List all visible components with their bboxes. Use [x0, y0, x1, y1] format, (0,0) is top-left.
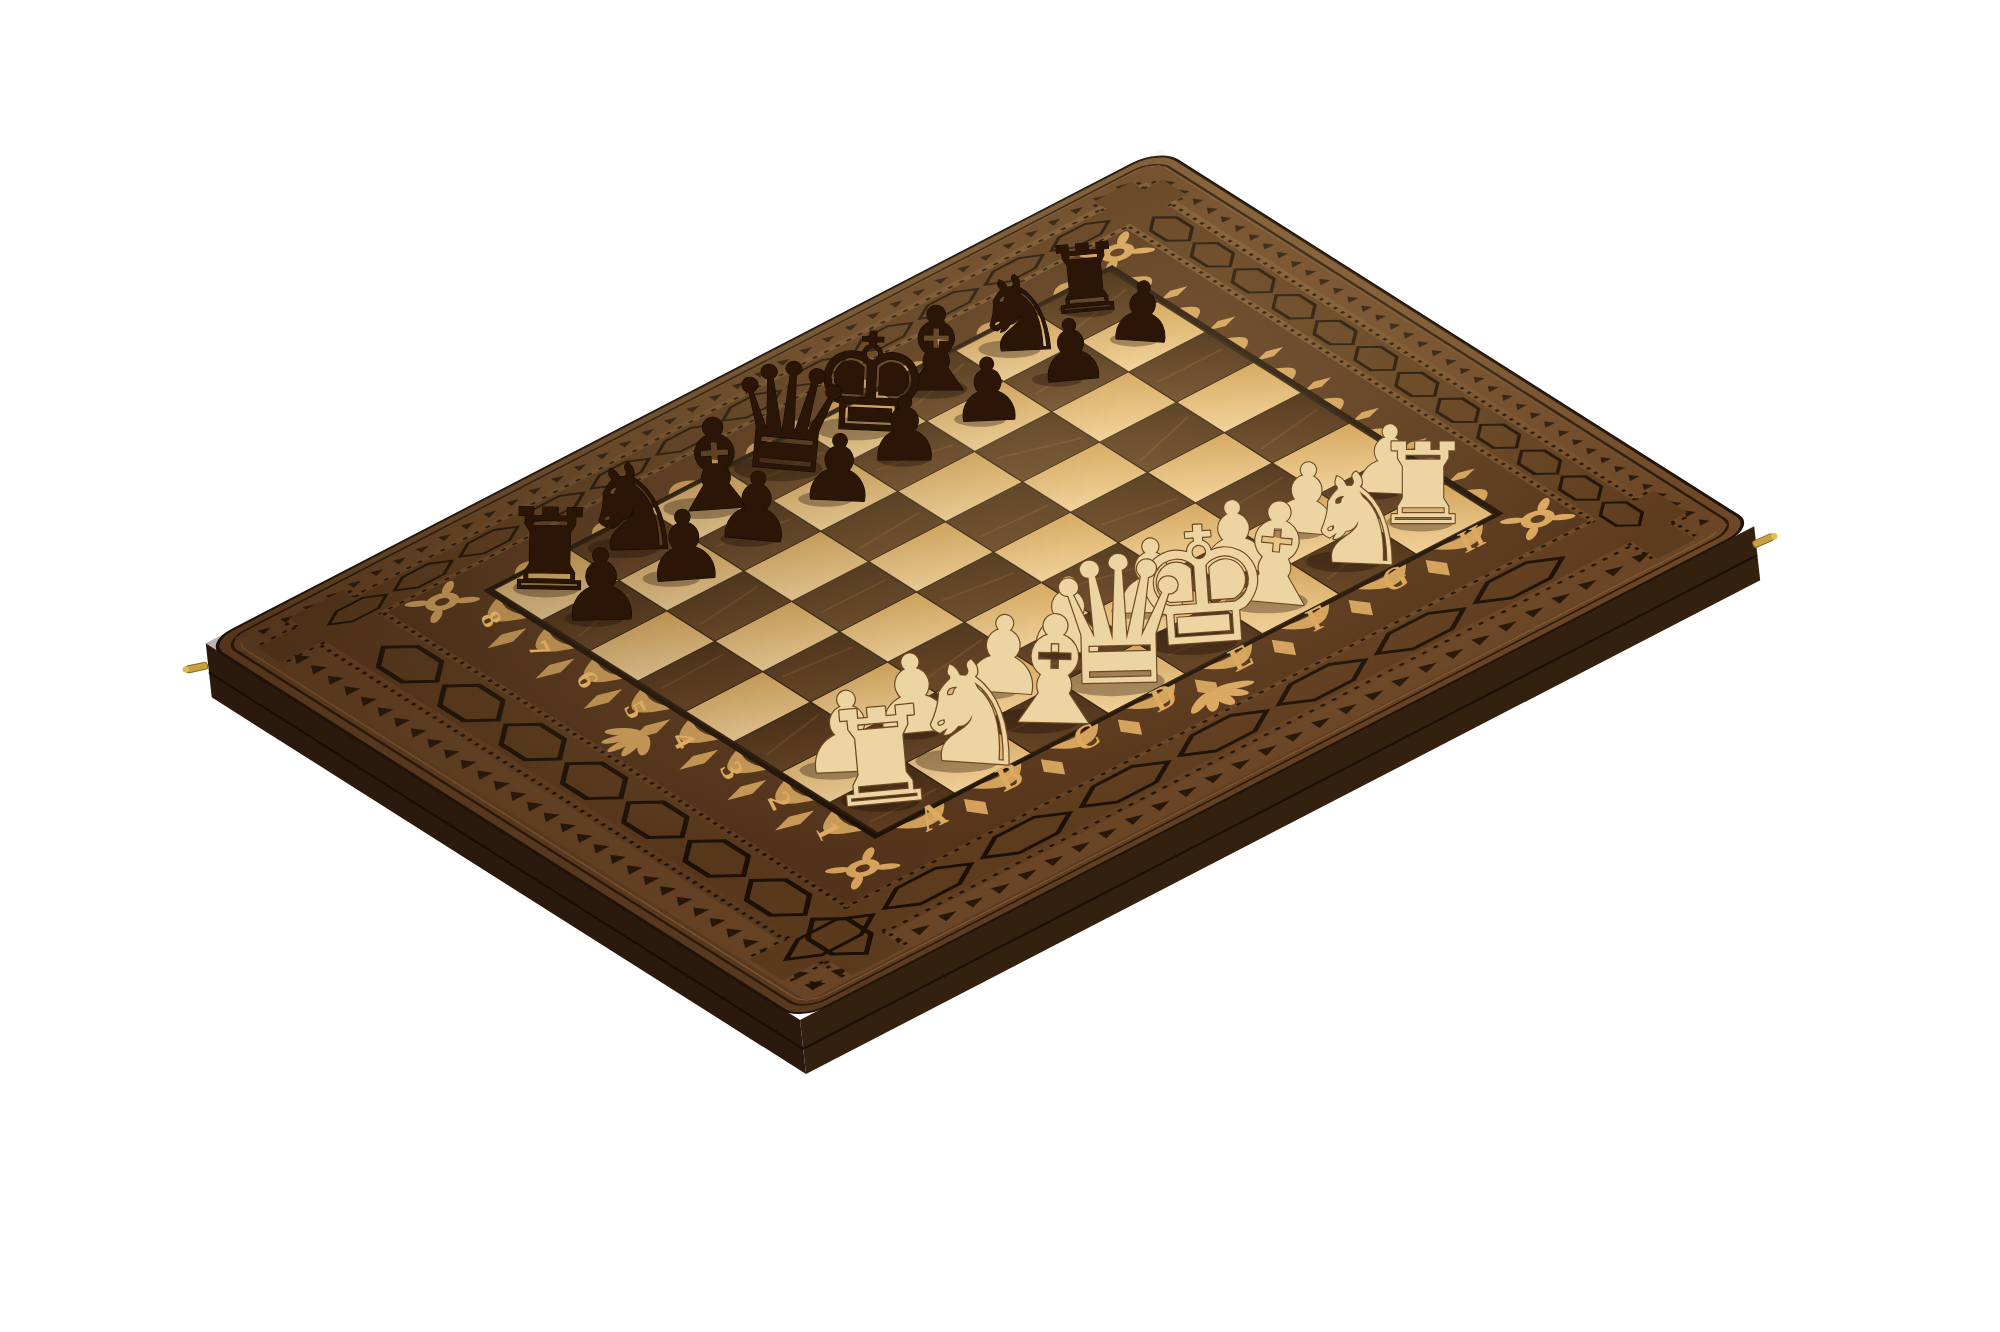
piece-white-rook-a1[interactable]: ♜ [815, 676, 946, 839]
hinge-pin-tip [1771, 533, 1777, 539]
piece-black-pawn-f7[interactable]: ♟ [947, 339, 1029, 442]
piece-black-pawn-h7[interactable]: ♟ [1102, 262, 1182, 362]
piece-black-pawn-a7[interactable]: ♟ [556, 528, 647, 644]
product-photo: ABCDEFGH12345678 ♜♟♞♟♝♟♚♟♛♟♟♝♜♟♟♞♞♟♟♜♝♟♟… [0, 0, 2000, 1332]
hinge-pin-tip [183, 666, 189, 672]
piece-black-pawn-b7[interactable]: ♟ [638, 488, 731, 606]
chess-board-photo: ABCDEFGH12345678 ♜♟♞♟♝♟♚♟♛♟♟♝♜♟♟♞♞♟♟♜♝♟♟… [0, 0, 2000, 1332]
hinge-pin [185, 662, 208, 673]
piece-black-pawn-g7[interactable]: ♟ [1029, 299, 1113, 403]
piece-black-pawn-d7[interactable]: ♟ [796, 413, 883, 524]
